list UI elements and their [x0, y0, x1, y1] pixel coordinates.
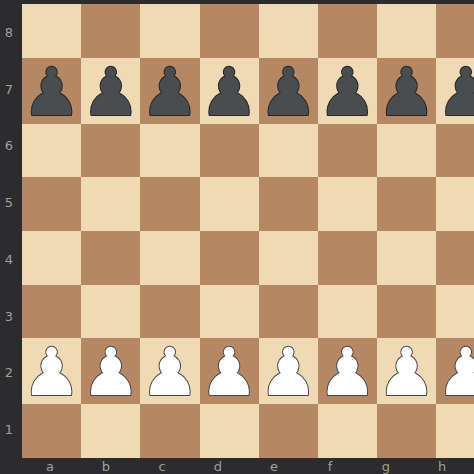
- rank-label-1: 1: [0, 401, 22, 458]
- black-pawn-f7[interactable]: ♟: [318, 60, 377, 126]
- square-e8[interactable]: [259, 4, 318, 58]
- square-b5[interactable]: [81, 177, 140, 231]
- square-b6[interactable]: [81, 124, 140, 178]
- square-e3[interactable]: [259, 285, 318, 339]
- square-b7[interactable]: ♟: [81, 58, 140, 124]
- square-e5[interactable]: [259, 177, 318, 231]
- square-f1[interactable]: [318, 404, 377, 458]
- square-h7[interactable]: ♟: [436, 58, 474, 124]
- square-e4[interactable]: [259, 231, 318, 285]
- square-c4[interactable]: [140, 231, 199, 285]
- square-c2[interactable]: ♟: [140, 338, 199, 404]
- rank-label-8: 8: [0, 4, 22, 61]
- square-d5[interactable]: [200, 177, 259, 231]
- square-a5[interactable]: [22, 177, 81, 231]
- square-g6[interactable]: [377, 124, 436, 178]
- square-d1[interactable]: [200, 404, 259, 458]
- rank-label-3: 3: [0, 288, 22, 345]
- square-d7[interactable]: ♟: [200, 58, 259, 124]
- square-b8[interactable]: [81, 4, 140, 58]
- rank-labels: 87654321: [0, 4, 22, 458]
- square-e6[interactable]: [259, 124, 318, 178]
- white-pawn-a2[interactable]: ♟: [22, 340, 81, 406]
- square-c3[interactable]: [140, 285, 199, 339]
- square-e1[interactable]: [259, 404, 318, 458]
- square-f5[interactable]: [318, 177, 377, 231]
- white-pawn-h2[interactable]: ♟: [436, 340, 474, 406]
- square-h5[interactable]: [436, 177, 474, 231]
- file-label-g: g: [358, 458, 414, 474]
- square-a2[interactable]: ♟: [22, 338, 81, 404]
- square-c7[interactable]: ♟: [140, 58, 199, 124]
- square-d3[interactable]: [200, 285, 259, 339]
- square-e2[interactable]: ♟: [259, 338, 318, 404]
- square-b1[interactable]: [81, 404, 140, 458]
- white-pawn-c2[interactable]: ♟: [140, 340, 199, 406]
- file-label-e: e: [246, 458, 302, 474]
- square-f8[interactable]: [318, 4, 377, 58]
- square-c1[interactable]: [140, 404, 199, 458]
- square-a8[interactable]: [22, 4, 81, 58]
- square-d8[interactable]: [200, 4, 259, 58]
- square-g1[interactable]: [377, 404, 436, 458]
- white-pawn-b2[interactable]: ♟: [81, 340, 140, 406]
- square-a3[interactable]: [22, 285, 81, 339]
- square-g7[interactable]: ♟: [377, 58, 436, 124]
- rank-label-7: 7: [0, 61, 22, 118]
- white-pawn-d2[interactable]: ♟: [200, 340, 259, 406]
- square-g2[interactable]: ♟: [377, 338, 436, 404]
- square-f3[interactable]: [318, 285, 377, 339]
- black-pawn-a7[interactable]: ♟: [22, 60, 81, 126]
- black-pawn-b7[interactable]: ♟: [81, 60, 140, 126]
- file-label-a: a: [22, 458, 78, 474]
- white-pawn-e2[interactable]: ♟: [259, 340, 318, 406]
- black-pawn-e7[interactable]: ♟: [259, 60, 318, 126]
- square-g3[interactable]: [377, 285, 436, 339]
- square-c6[interactable]: [140, 124, 199, 178]
- file-labels: abcdefgh: [22, 458, 470, 474]
- white-pawn-f2[interactable]: ♟: [318, 340, 377, 406]
- square-a6[interactable]: [22, 124, 81, 178]
- square-g4[interactable]: [377, 231, 436, 285]
- square-h6[interactable]: [436, 124, 474, 178]
- square-c8[interactable]: [140, 4, 199, 58]
- square-h3[interactable]: [436, 285, 474, 339]
- square-d6[interactable]: [200, 124, 259, 178]
- square-h4[interactable]: [436, 231, 474, 285]
- square-d4[interactable]: [200, 231, 259, 285]
- square-h1[interactable]: [436, 404, 474, 458]
- square-g5[interactable]: [377, 177, 436, 231]
- square-c5[interactable]: [140, 177, 199, 231]
- square-a1[interactable]: [22, 404, 81, 458]
- square-b3[interactable]: [81, 285, 140, 339]
- black-pawn-c7[interactable]: ♟: [140, 60, 199, 126]
- square-g8[interactable]: [377, 4, 436, 58]
- square-d2[interactable]: ♟: [200, 338, 259, 404]
- square-f2[interactable]: ♟: [318, 338, 377, 404]
- rank-label-6: 6: [0, 118, 22, 175]
- square-e7[interactable]: ♟: [259, 58, 318, 124]
- square-a7[interactable]: ♟: [22, 58, 81, 124]
- chess-board-screen: 87654321 ♟♟♟♟♟♟♟♟♟♟♟♟♟♟♟♟ abcdefgh: [0, 0, 474, 474]
- square-a4[interactable]: [22, 231, 81, 285]
- file-label-b: b: [78, 458, 134, 474]
- square-b2[interactable]: ♟: [81, 338, 140, 404]
- square-h2[interactable]: ♟: [436, 338, 474, 404]
- square-f7[interactable]: ♟: [318, 58, 377, 124]
- rank-label-4: 4: [0, 231, 22, 288]
- file-label-c: c: [134, 458, 190, 474]
- rank-label-2: 2: [0, 345, 22, 402]
- square-f6[interactable]: [318, 124, 377, 178]
- file-label-f: f: [302, 458, 358, 474]
- file-label-d: d: [190, 458, 246, 474]
- file-label-h: h: [414, 458, 470, 474]
- chess-board[interactable]: ♟♟♟♟♟♟♟♟♟♟♟♟♟♟♟♟: [22, 4, 470, 458]
- square-b4[interactable]: [81, 231, 140, 285]
- square-f4[interactable]: [318, 231, 377, 285]
- square-h8[interactable]: [436, 4, 474, 58]
- rank-label-5: 5: [0, 174, 22, 231]
- white-pawn-g2[interactable]: ♟: [377, 340, 436, 406]
- black-pawn-h7[interactable]: ♟: [436, 60, 474, 126]
- black-pawn-d7[interactable]: ♟: [200, 60, 259, 126]
- black-pawn-g7[interactable]: ♟: [377, 60, 436, 126]
